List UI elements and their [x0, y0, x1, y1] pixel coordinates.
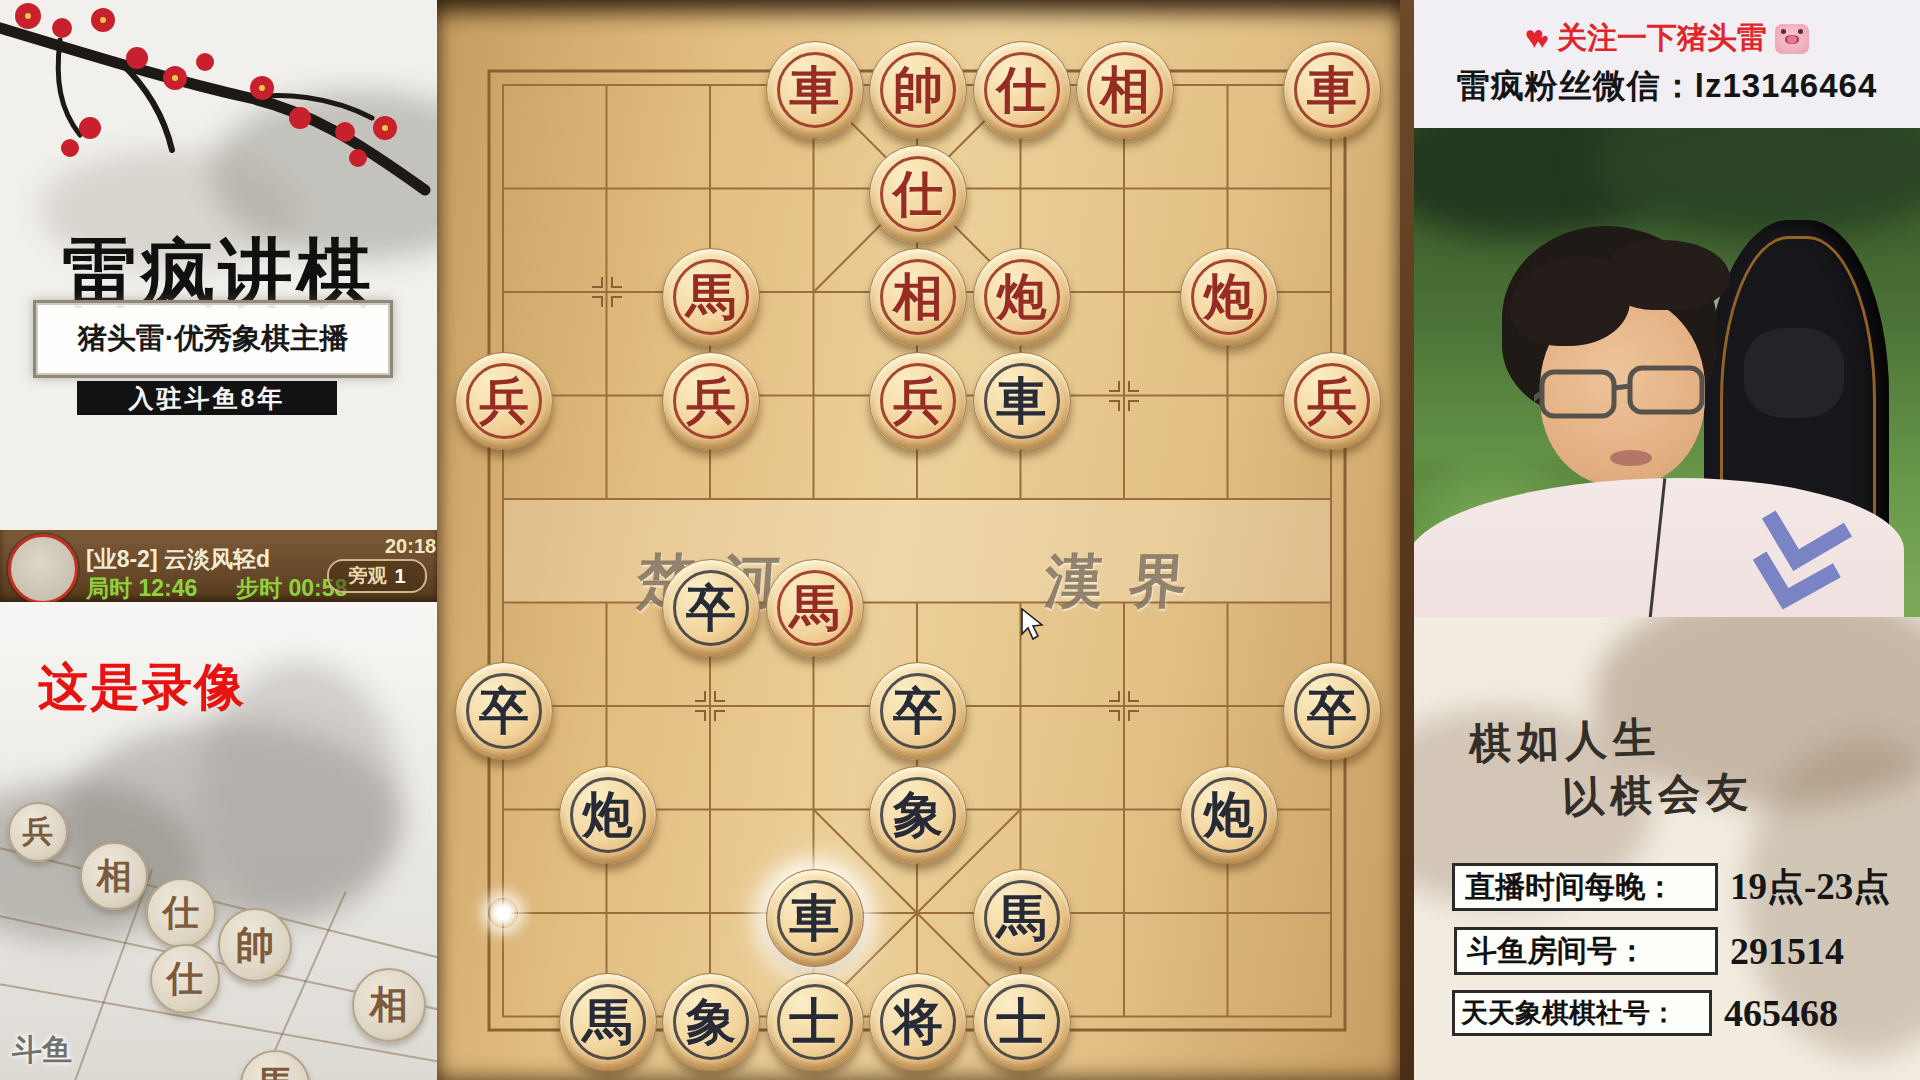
panel-divider [1400, 0, 1414, 1080]
piece-character: 士 [790, 997, 840, 1047]
piece-red-車[interactable]: 車 [766, 41, 864, 139]
piece-red-馬[interactable]: 馬 [766, 559, 864, 657]
piece-character: 卒 [479, 686, 529, 736]
plum-blossom-art: 雷疯讲棋 猪头雷·优秀象棋主播 入驻斗鱼8年 [0, 0, 437, 530]
last-move-origin-highlight [488, 898, 518, 928]
piece-character: 炮 [1204, 790, 1254, 840]
spectator-label: 旁观 [348, 563, 386, 589]
piece-character: 卒 [1307, 686, 1357, 736]
piece-black-将[interactable]: 将 [869, 973, 967, 1071]
motto-line1: 棋如人生 [1468, 710, 1662, 773]
piece-character: 相 [893, 272, 943, 322]
piece-black-車[interactable]: 車 [973, 352, 1071, 450]
photo-piece-馬: 馬 [240, 1050, 310, 1080]
piece-red-兵[interactable]: 兵 [662, 352, 760, 450]
photo-piece-帥: 帥 [218, 908, 292, 982]
piece-black-象[interactable]: 象 [662, 973, 760, 1071]
photo-piece-兵: 兵 [8, 802, 68, 862]
piece-red-仕[interactable]: 仕 [973, 41, 1071, 139]
piece-character: 仕 [997, 65, 1047, 115]
pig-emoji-icon [1775, 24, 1809, 54]
photo-piece-相: 相 [352, 968, 426, 1042]
position-marker [693, 689, 727, 723]
heart-icon: ♥ [1536, 28, 1549, 53]
motto-and-info-area: 棋如人生 以棋会友 直播时间每晚： 19点-23点 斗鱼房间号： 291514 … [1414, 617, 1920, 1080]
room-number-value: 291514 [1718, 927, 1844, 975]
piece-red-炮[interactable]: 炮 [973, 248, 1071, 346]
piece-character: 車 [997, 376, 1047, 426]
piece-character: 将 [893, 997, 943, 1047]
club-number-label: 天天象棋棋社号： [1452, 990, 1712, 1036]
piece-character: 馬 [583, 997, 633, 1047]
photo-piece-仕: 仕 [150, 944, 220, 1014]
piece-black-士[interactable]: 士 [766, 973, 864, 1071]
opponent-avatar[interactable] [8, 534, 78, 604]
douyu-watermark: 斗鱼 [12, 1030, 72, 1071]
piece-red-相[interactable]: 相 [1076, 41, 1174, 139]
piece-character: 車 [1307, 65, 1357, 115]
stream-time-value: 19点-23点 [1718, 863, 1890, 911]
photo-piece-相: 相 [80, 842, 148, 910]
piece-red-相[interactable]: 相 [869, 248, 967, 346]
shirt-chevron-pattern [1744, 508, 1864, 617]
opponent-timers: 局时 12:46 步时 00:58 [86, 573, 347, 604]
piece-red-帥[interactable]: 帥 [869, 41, 967, 139]
piece-red-炮[interactable]: 炮 [1180, 248, 1278, 346]
piece-character: 兵 [893, 376, 943, 426]
spectator-count: 1 [394, 565, 405, 588]
piece-character: 兵 [1307, 376, 1357, 426]
piece-character: 車 [790, 65, 840, 115]
stream-time-label: 直播时间每晚： [1452, 863, 1718, 911]
piece-character: 炮 [1204, 272, 1254, 322]
piece-character: 車 [790, 893, 840, 943]
channel-subtitle: 猪头雷·优秀象棋主播 [78, 319, 349, 359]
piece-character: 相 [1100, 65, 1150, 115]
piece-black-卒[interactable]: 卒 [455, 662, 553, 760]
piece-character: 兵 [686, 376, 736, 426]
streamer-mouth [1610, 450, 1652, 466]
spectator-pill[interactable]: 旁观 1 [327, 559, 427, 593]
piece-red-兵[interactable]: 兵 [1283, 352, 1381, 450]
piece-character: 炮 [583, 790, 633, 840]
club-number-value: 465468 [1712, 990, 1838, 1036]
piece-character: 兵 [479, 376, 529, 426]
piece-red-兵[interactable]: 兵 [869, 352, 967, 450]
piece-character: 卒 [893, 686, 943, 736]
stream-time-row: 直播时间每晚： 19点-23点 [1452, 863, 1890, 911]
piece-black-士[interactable]: 士 [973, 973, 1071, 1071]
piece-red-仕[interactable]: 仕 [869, 145, 967, 243]
piece-character: 馬 [997, 893, 1047, 943]
left-sidebar: 雷疯讲棋 猪头雷·优秀象棋主播 入驻斗鱼8年 [业8-2] 云淡风轻d 局时 1… [0, 0, 437, 1080]
piece-black-炮[interactable]: 炮 [1180, 766, 1278, 864]
chair-cushion [1744, 328, 1844, 418]
piece-character: 士 [997, 997, 1047, 1047]
position-marker [590, 275, 624, 309]
game-time-value: 12:46 [138, 575, 197, 601]
motto-line2: 以棋会友 [1561, 764, 1755, 827]
piece-character: 馬 [790, 583, 840, 633]
xiangqi-board: 楚河 漢界 車帥仕相車仕馬相炮炮兵兵兵兵車卒馬卒卒卒炮象炮車馬馬象士将士 [437, 0, 1400, 1080]
record-notice-text: 这是录像 [38, 654, 246, 721]
piece-red-馬[interactable]: 馬 [662, 248, 760, 346]
douyu-years-badge: 入驻斗鱼8年 [77, 381, 337, 415]
follow-banner: ♥♥ 关注一下猪头雷 雷疯粉丝微信：lz13146464 [1414, 0, 1920, 128]
piece-character: 馬 [686, 272, 736, 322]
room-number-label: 斗鱼房间号： [1454, 927, 1718, 975]
piece-red-車[interactable]: 車 [1283, 41, 1381, 139]
follow-line: ♥♥ 关注一下猪头雷 [1414, 18, 1920, 59]
piece-character: 仕 [893, 169, 943, 219]
piece-character: 帥 [893, 65, 943, 115]
piece-character: 卒 [686, 583, 736, 633]
river-text-right: 漢界 [1042, 543, 1215, 621]
channel-subtitle-box: 猪头雷·优秀象棋主播 [33, 300, 393, 378]
follow-text: 关注一下猪头雷 [1557, 21, 1767, 54]
piece-black-卒[interactable]: 卒 [1283, 662, 1381, 760]
tree-shadow [1594, 128, 1920, 238]
piece-black-馬[interactable]: 馬 [973, 869, 1071, 967]
piece-black-炮[interactable]: 炮 [559, 766, 657, 864]
piece-character: 象 [893, 790, 943, 840]
plum-branch-illustration [0, 0, 437, 260]
piece-red-兵[interactable]: 兵 [455, 352, 553, 450]
move-time-label: 步时 [236, 575, 282, 601]
piece-black-卒[interactable]: 卒 [869, 662, 967, 760]
record-notice-area: 兵相仕帥仕相馬 这是录像 斗鱼 [0, 602, 437, 1080]
piece-black-馬[interactable]: 馬 [559, 973, 657, 1071]
game-time-label: 局时 [86, 575, 132, 601]
position-marker [1107, 379, 1141, 413]
piece-black-卒[interactable]: 卒 [662, 559, 760, 657]
position-marker [1107, 689, 1141, 723]
streamer-webcam [1414, 128, 1920, 617]
streamer-glasses [1534, 358, 1724, 428]
piece-black-車[interactable]: 車 [766, 869, 864, 967]
streamer-hair-front [1610, 240, 1730, 310]
club-number-row: 天天象棋棋社号： 465468 [1452, 990, 1838, 1036]
opponent-name: [业8-2] 云淡风轻d [86, 544, 270, 575]
wechat-line: 雷疯粉丝微信：lz13146464 [1414, 64, 1920, 109]
photo-piece-仕: 仕 [146, 878, 216, 948]
piece-character: 象 [686, 997, 736, 1047]
piece-black-象[interactable]: 象 [869, 766, 967, 864]
piece-character: 炮 [997, 272, 1047, 322]
room-number-row: 斗鱼房间号： 291514 [1454, 927, 1844, 975]
douyu-years-label: 入驻斗鱼8年 [129, 382, 286, 415]
